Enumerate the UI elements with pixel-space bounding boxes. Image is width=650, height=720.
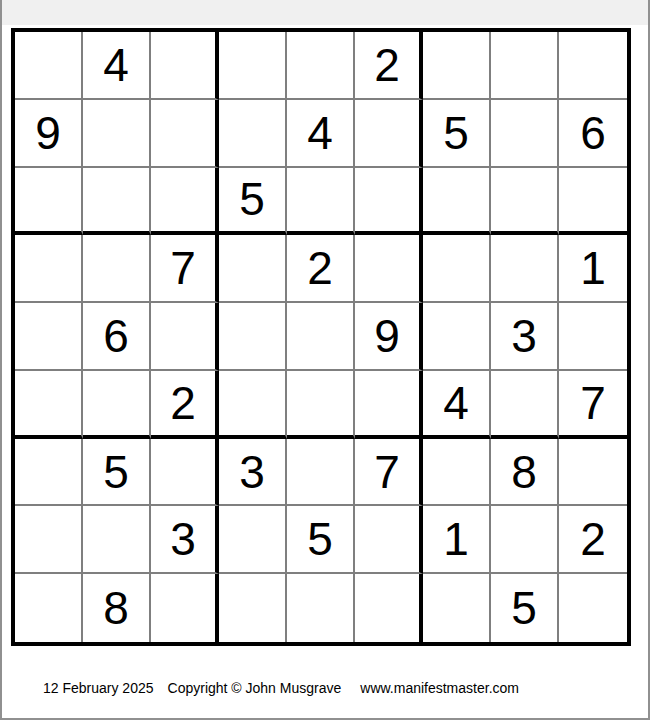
sudoku-cell-r1c6[interactable]: 2 — [355, 32, 423, 100]
website-text: www.manifestmaster.com — [360, 680, 519, 696]
given-digit: 9 — [35, 110, 61, 156]
sudoku-cell-r2c7[interactable]: 5 — [423, 100, 491, 168]
sudoku-cell-r4c3[interactable]: 7 — [151, 235, 219, 303]
given-digit: 5 — [239, 176, 265, 222]
sudoku-cell-r5c5[interactable] — [287, 303, 355, 371]
sudoku-cell-r8c9[interactable]: 2 — [559, 506, 627, 574]
sudoku-cell-r4c2[interactable] — [83, 235, 151, 303]
sudoku-cell-r6c2[interactable] — [83, 371, 151, 439]
given-digit: 4 — [443, 380, 469, 426]
sudoku-cell-r5c6[interactable]: 9 — [355, 303, 423, 371]
sudoku-cell-r6c6[interactable] — [355, 371, 423, 439]
given-digit: 4 — [103, 42, 129, 88]
sudoku-cell-r4c1[interactable] — [15, 235, 83, 303]
sudoku-cell-r3c4[interactable]: 5 — [219, 168, 287, 236]
sudoku-cell-r4c7[interactable] — [423, 235, 491, 303]
sudoku-cell-r6c9[interactable]: 7 — [559, 371, 627, 439]
sudoku-cell-r1c5[interactable] — [287, 32, 355, 100]
sudoku-cell-r4c9[interactable]: 1 — [559, 235, 627, 303]
sudoku-cell-r1c7[interactable] — [423, 32, 491, 100]
sudoku-cell-r7c7[interactable] — [423, 439, 491, 507]
sudoku-cell-r8c4[interactable] — [219, 506, 287, 574]
sudoku-cell-r3c8[interactable] — [491, 168, 559, 236]
puzzle-page: 42945657216932475378351285 12 February 2… — [0, 0, 650, 720]
sudoku-cell-r1c4[interactable] — [219, 32, 287, 100]
sudoku-cell-r4c4[interactable] — [219, 235, 287, 303]
sudoku-cell-r7c3[interactable] — [151, 439, 219, 507]
sudoku-cell-r7c2[interactable]: 5 — [83, 439, 151, 507]
sudoku-cell-r4c8[interactable] — [491, 235, 559, 303]
sudoku-cell-r7c1[interactable] — [15, 439, 83, 507]
sudoku-cell-r7c8[interactable]: 8 — [491, 439, 559, 507]
top-strip — [2, 0, 648, 25]
given-digit: 2 — [307, 245, 333, 291]
sudoku-cell-r5c7[interactable] — [423, 303, 491, 371]
sudoku-cell-r3c5[interactable] — [287, 168, 355, 236]
given-digit: 6 — [103, 313, 129, 359]
sudoku-cell-r9c7[interactable] — [423, 574, 491, 642]
sudoku-cell-r1c2[interactable]: 4 — [83, 32, 151, 100]
sudoku-cell-r6c8[interactable] — [491, 371, 559, 439]
sudoku-cell-r9c1[interactable] — [15, 574, 83, 642]
sudoku-cell-r2c1[interactable]: 9 — [15, 100, 83, 168]
sudoku-cell-r5c8[interactable]: 3 — [491, 303, 559, 371]
sudoku-cell-r7c5[interactable] — [287, 439, 355, 507]
sudoku-cell-r4c6[interactable] — [355, 235, 423, 303]
sudoku-cell-r1c1[interactable] — [15, 32, 83, 100]
sudoku-cell-r2c8[interactable] — [491, 100, 559, 168]
sudoku-cell-r8c1[interactable] — [15, 506, 83, 574]
sudoku-cell-r7c9[interactable] — [559, 439, 627, 507]
sudoku-cell-r6c5[interactable] — [287, 371, 355, 439]
sudoku-cell-r9c9[interactable] — [559, 574, 627, 642]
given-digit: 1 — [580, 245, 606, 291]
sudoku-cell-r9c8[interactable]: 5 — [491, 574, 559, 642]
sudoku-cell-r6c4[interactable] — [219, 371, 287, 439]
given-digit: 1 — [443, 516, 469, 562]
given-digit: 5 — [307, 516, 333, 562]
sudoku-cell-r9c2[interactable]: 8 — [83, 574, 151, 642]
sudoku-cell-r8c2[interactable] — [83, 506, 151, 574]
given-digit: 2 — [580, 516, 606, 562]
given-digit: 7 — [170, 245, 196, 291]
sudoku-cell-r7c6[interactable]: 7 — [355, 439, 423, 507]
copyright-text: Copyright © John Musgrave — [168, 680, 342, 696]
sudoku-cell-r9c5[interactable] — [287, 574, 355, 642]
sudoku-cell-r2c9[interactable]: 6 — [559, 100, 627, 168]
sudoku-cell-r3c7[interactable] — [423, 168, 491, 236]
sudoku-cell-r5c2[interactable]: 6 — [83, 303, 151, 371]
sudoku-cell-r9c4[interactable] — [219, 574, 287, 642]
given-digit: 2 — [374, 42, 400, 88]
sudoku-cell-r3c2[interactable] — [83, 168, 151, 236]
given-digit: 3 — [239, 449, 265, 495]
given-digit: 3 — [170, 516, 196, 562]
sudoku-cell-r3c3[interactable] — [151, 168, 219, 236]
given-digit: 5 — [443, 110, 469, 156]
given-digit: 9 — [374, 313, 400, 359]
sudoku-cell-r1c8[interactable] — [491, 32, 559, 100]
sudoku-cell-r2c3[interactable] — [151, 100, 219, 168]
sudoku-cell-r5c4[interactable] — [219, 303, 287, 371]
given-digit: 2 — [170, 380, 196, 426]
sudoku-cell-r3c1[interactable] — [15, 168, 83, 236]
sudoku-cell-r1c3[interactable] — [151, 32, 219, 100]
sudoku-cell-r9c3[interactable] — [151, 574, 219, 642]
sudoku-cell-r3c6[interactable] — [355, 168, 423, 236]
sudoku-grid: 42945657216932475378351285 — [11, 28, 631, 646]
given-digit: 7 — [580, 380, 606, 426]
sudoku-cell-r2c5[interactable]: 4 — [287, 100, 355, 168]
given-digit: 5 — [511, 585, 537, 631]
sudoku-cell-r5c9[interactable] — [559, 303, 627, 371]
sudoku-cell-r6c3[interactable]: 2 — [151, 371, 219, 439]
given-digit: 8 — [103, 585, 129, 631]
sudoku-cell-r5c3[interactable] — [151, 303, 219, 371]
given-digit: 5 — [103, 449, 129, 495]
sudoku-cell-r8c7[interactable]: 1 — [423, 506, 491, 574]
sudoku-cell-r2c4[interactable] — [219, 100, 287, 168]
sudoku-cell-r7c4[interactable]: 3 — [219, 439, 287, 507]
given-digit: 7 — [374, 449, 400, 495]
sudoku-cell-r9c6[interactable] — [355, 574, 423, 642]
sudoku-cell-r1c9[interactable] — [559, 32, 627, 100]
sudoku-cell-r6c7[interactable]: 4 — [423, 371, 491, 439]
puzzle-date: 12 February 2025 — [43, 680, 154, 696]
footer: 12 February 2025Copyright © John Musgrav… — [43, 680, 519, 696]
sudoku-cell-r5c1[interactable] — [15, 303, 83, 371]
sudoku-cell-r4c5[interactable]: 2 — [287, 235, 355, 303]
sudoku-cell-r8c3[interactable]: 3 — [151, 506, 219, 574]
given-digit: 3 — [511, 313, 537, 359]
given-digit: 6 — [580, 110, 606, 156]
sudoku-cell-r6c1[interactable] — [15, 371, 83, 439]
given-digit: 8 — [511, 449, 537, 495]
sudoku-cell-r8c5[interactable]: 5 — [287, 506, 355, 574]
sudoku-cell-r8c6[interactable] — [355, 506, 423, 574]
sudoku-cell-r2c2[interactable] — [83, 100, 151, 168]
sudoku-cell-r3c9[interactable] — [559, 168, 627, 236]
given-digit: 4 — [307, 110, 333, 156]
sudoku-cell-r8c8[interactable] — [491, 506, 559, 574]
sudoku-cell-r2c6[interactable] — [355, 100, 423, 168]
